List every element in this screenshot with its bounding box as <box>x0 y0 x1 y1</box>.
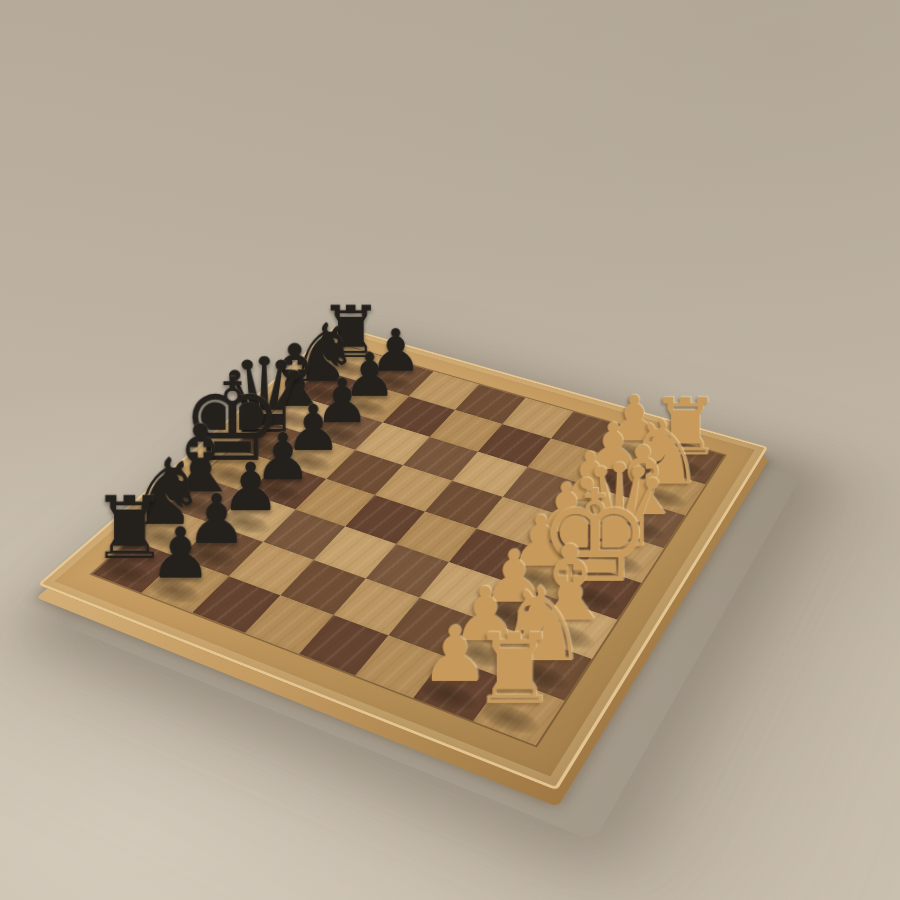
photo-backdrop: ♜♟♟♜♞♟♟♞♝♟♟♝♛♟♟♛♚♟♟♚♝♟♟♝♞♟♟♞♜♟♟♜ <box>0 0 900 900</box>
square-e5 <box>345 495 425 544</box>
chess-board: ♜♟♟♜♞♟♟♞♝♟♟♝♛♟♟♛♚♟♟♚♝♟♟♝♞♟♟♞♜♟♟♜ <box>38 325 769 791</box>
scene: ♜♟♟♜♞♟♟♞♝♟♟♝♛♟♟♛♚♟♟♚♝♟♟♝♞♟♟♞♜♟♟♜ <box>0 0 900 900</box>
piece-black-pawn-h7: ♟ <box>149 519 212 590</box>
piece-white-rook-h1: ♜ <box>471 621 558 718</box>
square-h1: ♜ <box>473 678 564 745</box>
